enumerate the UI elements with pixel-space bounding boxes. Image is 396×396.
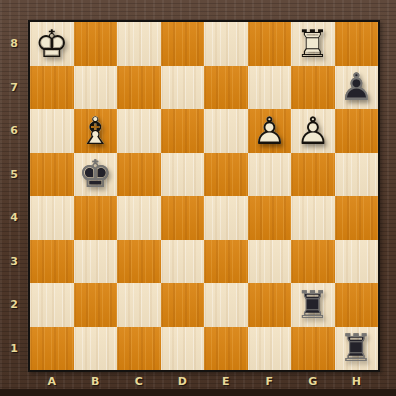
square-f6[interactable]: ♟♙ <box>248 109 292 153</box>
square-f3[interactable] <box>248 240 292 284</box>
square-e8[interactable] <box>204 22 248 66</box>
square-b1[interactable] <box>74 327 118 371</box>
square-g4[interactable] <box>291 196 335 240</box>
square-c6[interactable] <box>117 109 161 153</box>
rank-label-3: 3 <box>0 240 28 284</box>
piece-black-pawn[interactable]: ♟♙ <box>335 66 379 110</box>
file-label-a: A <box>30 374 74 389</box>
square-d4[interactable] <box>161 196 205 240</box>
square-c5[interactable] <box>117 153 161 197</box>
square-h2[interactable] <box>335 283 379 327</box>
piece-white-pawn[interactable]: ♟♙ <box>291 109 335 153</box>
square-e7[interactable] <box>204 66 248 110</box>
square-e1[interactable] <box>204 327 248 371</box>
square-a3[interactable] <box>30 240 74 284</box>
white-rook-outline: ♖ <box>291 22 335 66</box>
piece-white-bishop[interactable]: ♝♗ <box>74 109 118 153</box>
rank-label-2: 2 <box>0 283 28 327</box>
rank-label-8: 8 <box>0 22 28 66</box>
square-f4[interactable] <box>248 196 292 240</box>
file-label-b: B <box>74 374 118 389</box>
file-label-f: F <box>248 374 292 389</box>
white-pawn-outline: ♙ <box>248 109 292 153</box>
square-e6[interactable] <box>204 109 248 153</box>
square-d2[interactable] <box>161 283 205 327</box>
white-bishop-outline: ♗ <box>74 109 118 153</box>
file-label-e: E <box>204 374 248 389</box>
square-a8[interactable]: ♚♔ <box>30 22 74 66</box>
square-e5[interactable] <box>204 153 248 197</box>
square-f8[interactable] <box>248 22 292 66</box>
square-d6[interactable] <box>161 109 205 153</box>
square-h6[interactable] <box>335 109 379 153</box>
rank-label-6: 6 <box>0 109 28 153</box>
square-c4[interactable] <box>117 196 161 240</box>
piece-white-king[interactable]: ♚♔ <box>30 22 74 66</box>
square-b5[interactable]: ♚♔ <box>74 153 118 197</box>
square-b3[interactable] <box>74 240 118 284</box>
square-d8[interactable] <box>161 22 205 66</box>
square-a2[interactable] <box>30 283 74 327</box>
board-frame: ♚♔♜♖♟♙♝♗♟♙♟♙♚♔♜♖♜♖ 87654321 ABCDEFGH <box>0 0 396 396</box>
black-pawn-outline: ♙ <box>335 66 379 110</box>
square-b7[interactable] <box>74 66 118 110</box>
black-rook-outline: ♖ <box>335 327 379 371</box>
square-d7[interactable] <box>161 66 205 110</box>
frame-bottom-edge <box>0 389 396 396</box>
square-b4[interactable] <box>74 196 118 240</box>
piece-black-rook[interactable]: ♜♖ <box>335 327 379 371</box>
square-b6[interactable]: ♝♗ <box>74 109 118 153</box>
file-label-h: H <box>335 374 379 389</box>
square-c3[interactable] <box>117 240 161 284</box>
square-a7[interactable] <box>30 66 74 110</box>
square-h1[interactable]: ♜♖ <box>335 327 379 371</box>
square-e2[interactable] <box>204 283 248 327</box>
piece-black-king[interactable]: ♚♔ <box>74 153 118 197</box>
square-h4[interactable] <box>335 196 379 240</box>
square-c2[interactable] <box>117 283 161 327</box>
chess-board: ♚♔♜♖♟♙♝♗♟♙♟♙♚♔♜♖♜♖ <box>28 20 380 372</box>
piece-white-rook[interactable]: ♜♖ <box>291 22 335 66</box>
square-d3[interactable] <box>161 240 205 284</box>
square-h3[interactable] <box>335 240 379 284</box>
file-label-d: D <box>161 374 205 389</box>
square-f5[interactable] <box>248 153 292 197</box>
file-label-g: G <box>291 374 335 389</box>
square-g5[interactable] <box>291 153 335 197</box>
piece-white-pawn[interactable]: ♟♙ <box>248 109 292 153</box>
square-f1[interactable] <box>248 327 292 371</box>
square-e4[interactable] <box>204 196 248 240</box>
square-f2[interactable] <box>248 283 292 327</box>
square-f7[interactable] <box>248 66 292 110</box>
square-g3[interactable] <box>291 240 335 284</box>
square-c1[interactable] <box>117 327 161 371</box>
square-g2[interactable]: ♜♖ <box>291 283 335 327</box>
square-h5[interactable] <box>335 153 379 197</box>
square-c8[interactable] <box>117 22 161 66</box>
square-a4[interactable] <box>30 196 74 240</box>
piece-black-rook[interactable]: ♜♖ <box>291 283 335 327</box>
rank-label-5: 5 <box>0 153 28 197</box>
square-a6[interactable] <box>30 109 74 153</box>
square-h7[interactable]: ♟♙ <box>335 66 379 110</box>
square-d5[interactable] <box>161 153 205 197</box>
square-c7[interactable] <box>117 66 161 110</box>
rank-label-1: 1 <box>0 327 28 371</box>
square-g1[interactable] <box>291 327 335 371</box>
white-pawn-outline: ♙ <box>291 109 335 153</box>
square-g8[interactable]: ♜♖ <box>291 22 335 66</box>
black-king-outline: ♔ <box>74 153 118 197</box>
square-e3[interactable] <box>204 240 248 284</box>
square-h8[interactable] <box>335 22 379 66</box>
square-g7[interactable] <box>291 66 335 110</box>
white-king-outline: ♔ <box>30 22 74 66</box>
square-b8[interactable] <box>74 22 118 66</box>
square-b2[interactable] <box>74 283 118 327</box>
black-rook-outline: ♖ <box>291 283 335 327</box>
rank-label-7: 7 <box>0 66 28 110</box>
square-a1[interactable] <box>30 327 74 371</box>
file-label-c: C <box>117 374 161 389</box>
square-a5[interactable] <box>30 153 74 197</box>
square-d1[interactable] <box>161 327 205 371</box>
rank-label-4: 4 <box>0 196 28 240</box>
square-g6[interactable]: ♟♙ <box>291 109 335 153</box>
